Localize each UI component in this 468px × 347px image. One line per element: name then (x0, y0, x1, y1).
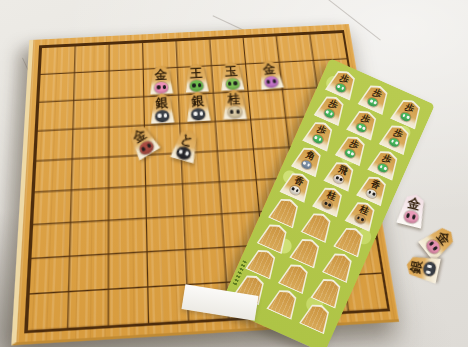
piece-face (422, 261, 437, 277)
scene: 金王玉金銀銀桂金と 歩歩歩歩歩歩歩歩歩角飛香香桂桂 金金銀 (0, 0, 468, 347)
loose-piece-金[interactable]: 金 (395, 191, 431, 229)
loose-piece-銀[interactable]: 銀 (404, 250, 441, 285)
piece-kanji: 銀 (408, 259, 423, 274)
loose-pieces-layer: 金金銀 (0, 0, 468, 347)
piece-kanji: 金 (406, 196, 422, 212)
